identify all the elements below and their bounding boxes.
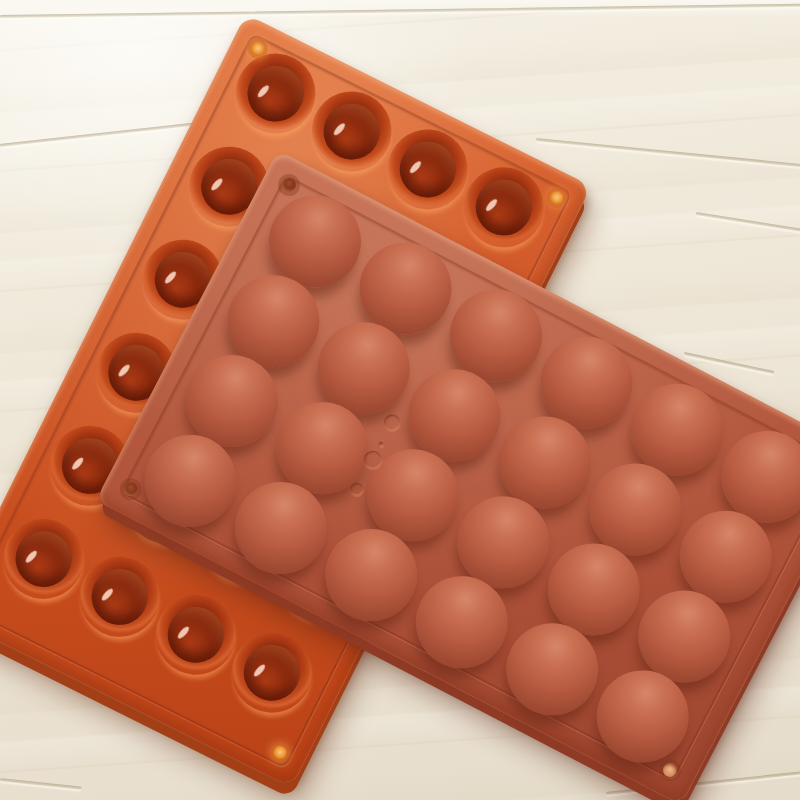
cavity-glint: [409, 159, 424, 174]
cavity-glint: [333, 121, 348, 136]
cavity-glint: [71, 456, 86, 471]
cavity-hole: [234, 635, 309, 710]
cavity-glint: [25, 549, 40, 564]
cavity-glint: [164, 270, 179, 285]
cavity-glint: [117, 363, 132, 378]
cavity-glint: [485, 197, 500, 212]
cavity-glint: [210, 177, 225, 192]
cavity-glint: [177, 625, 192, 640]
cavity-hole: [390, 132, 465, 207]
cavity-hole: [238, 56, 313, 131]
cavity-hole: [6, 521, 81, 596]
cavity-glint: [257, 84, 272, 99]
cavity-glint: [101, 587, 116, 602]
cavity-hole: [466, 170, 541, 245]
cavity-hole: [82, 559, 157, 634]
cavity-glint: [253, 663, 268, 678]
cavity-hole: [314, 94, 389, 169]
photo: [0, 0, 800, 800]
cavity-hole: [158, 597, 233, 672]
